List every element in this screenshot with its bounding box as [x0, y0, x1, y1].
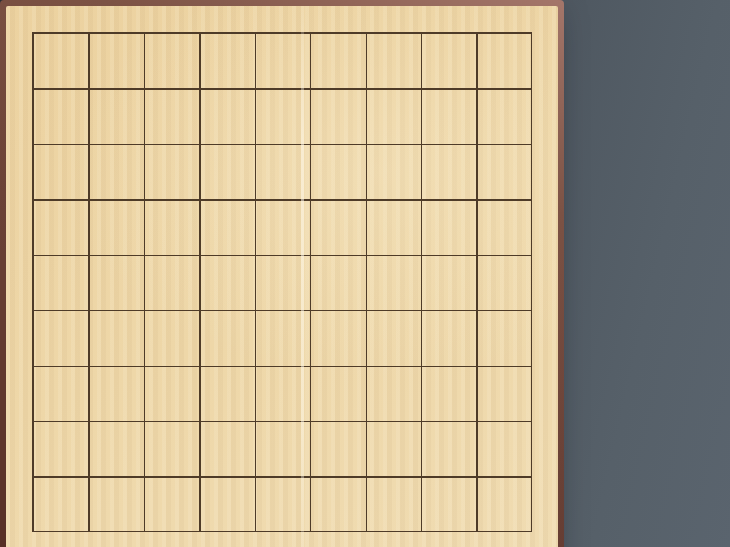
board-grid [32, 32, 532, 532]
table-scene [0, 0, 730, 547]
board-surface[interactable] [6, 6, 558, 547]
shogi-board[interactable] [0, 0, 564, 547]
board-fold-seam [301, 6, 304, 547]
